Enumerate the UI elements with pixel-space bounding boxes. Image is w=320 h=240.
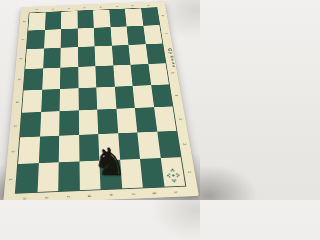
square-d6[interactable] [78,46,96,66]
circle-logo-icon [168,48,172,51]
square-c6[interactable] [60,47,78,68]
square-d7[interactable] [77,28,94,47]
square-c7[interactable] [61,28,78,47]
square-c5[interactable] [60,67,78,89]
square-c1[interactable] [58,162,79,192]
square-d4[interactable] [78,87,97,111]
square-a3[interactable] [20,112,41,137]
black-knight-piece[interactable]: ♞ [93,145,127,179]
square-b2[interactable] [38,136,59,163]
square-d5[interactable] [78,66,96,88]
square-e7[interactable] [94,27,112,46]
square-c2[interactable] [59,135,79,162]
square-c4[interactable] [60,88,79,112]
board-scene: abcdefgh abcdefgh 87654321 87654321 CHES… [0,0,200,200]
square-a5[interactable] [24,68,43,90]
square-e6[interactable] [95,46,113,66]
square-a6[interactable] [25,48,43,69]
square-e3[interactable] [97,109,118,134]
square-b1[interactable] [37,162,59,192]
square-e5[interactable] [95,65,114,87]
square-h2[interactable] [157,131,181,158]
square-f8[interactable] [109,9,127,27]
square-d3[interactable] [78,110,98,135]
square-h7[interactable] [143,25,162,44]
square-b5[interactable] [42,67,61,89]
square-a4[interactable] [22,89,42,113]
square-h5[interactable] [148,63,169,85]
square-c3[interactable] [59,111,79,136]
square-b6[interactable] [43,48,61,69]
square-f7[interactable] [110,26,128,45]
square-d8[interactable] [77,10,94,28]
square-b8[interactable] [45,12,62,30]
square-b4[interactable] [41,89,60,113]
square-b3[interactable] [40,111,60,136]
square-f6[interactable] [112,45,131,65]
square-h4[interactable] [151,84,173,107]
square-b7[interactable] [44,29,61,48]
square-a7[interactable] [27,30,45,49]
square-f4[interactable] [114,86,134,109]
square-a2[interactable] [18,137,40,164]
square-h6[interactable] [145,43,165,63]
square-h8[interactable] [141,8,160,26]
square-a1[interactable] [16,163,38,193]
square-e4[interactable] [96,86,116,109]
square-f3[interactable] [116,108,137,133]
square-h3[interactable] [154,107,177,132]
brand-logo: CHESS [168,48,176,69]
square-a8[interactable] [28,12,45,30]
square-f5[interactable] [113,65,133,87]
quatrefoil-dot-emblem-icon [165,167,182,184]
brand-logo-text: CHESS [169,52,176,69]
square-e8[interactable] [93,10,110,28]
square-c8[interactable] [61,11,77,29]
